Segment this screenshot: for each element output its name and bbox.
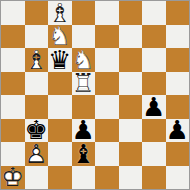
square-a7[interactable] bbox=[1, 25, 25, 49]
square-a3[interactable] bbox=[1, 119, 25, 143]
square-b5[interactable] bbox=[25, 72, 49, 96]
white-king[interactable]: ♚♔ bbox=[1, 166, 25, 190]
square-a5[interactable] bbox=[1, 72, 25, 96]
square-f3[interactable] bbox=[119, 119, 143, 143]
square-f7[interactable] bbox=[119, 25, 143, 49]
piece-outline-glyph: ♔ bbox=[1, 166, 25, 190]
square-e2[interactable] bbox=[95, 142, 119, 166]
square-f5[interactable] bbox=[119, 72, 143, 96]
square-d8[interactable] bbox=[72, 1, 96, 25]
square-h7[interactable] bbox=[166, 25, 190, 49]
square-a4[interactable] bbox=[1, 95, 25, 119]
square-g2[interactable] bbox=[142, 142, 166, 166]
white-pawn[interactable]: ♟︎♙ bbox=[25, 142, 49, 166]
square-f8[interactable] bbox=[119, 1, 143, 25]
square-e4[interactable] bbox=[95, 95, 119, 119]
square-c1[interactable] bbox=[48, 166, 72, 190]
square-e5[interactable] bbox=[95, 72, 119, 96]
square-g8[interactable] bbox=[142, 1, 166, 25]
square-h2[interactable] bbox=[166, 142, 190, 166]
square-c2[interactable] bbox=[48, 142, 72, 166]
square-f1[interactable] bbox=[119, 166, 143, 190]
square-g6[interactable] bbox=[142, 48, 166, 72]
square-c3[interactable] bbox=[48, 119, 72, 143]
square-h5[interactable] bbox=[166, 72, 190, 96]
square-d2[interactable]: ♝ bbox=[72, 142, 96, 166]
square-e3[interactable] bbox=[95, 119, 119, 143]
square-b8[interactable] bbox=[25, 1, 49, 25]
black-pawn[interactable]: ♟︎ bbox=[142, 95, 166, 119]
square-h6[interactable] bbox=[166, 48, 190, 72]
square-e8[interactable] bbox=[95, 1, 119, 25]
square-f4[interactable] bbox=[119, 95, 143, 119]
square-e1[interactable] bbox=[95, 166, 119, 190]
square-c4[interactable] bbox=[48, 95, 72, 119]
square-f6[interactable] bbox=[119, 48, 143, 72]
square-f2[interactable] bbox=[119, 142, 143, 166]
white-bishop[interactable]: ♝♗ bbox=[25, 48, 49, 72]
square-a6[interactable] bbox=[1, 48, 25, 72]
piece-outline-glyph: ♗ bbox=[25, 48, 49, 72]
black-bishop[interactable]: ♝ bbox=[72, 142, 96, 166]
square-d5[interactable]: ♜♖ bbox=[72, 72, 96, 96]
square-b1[interactable] bbox=[25, 166, 49, 190]
square-g4[interactable]: ♟︎ bbox=[142, 95, 166, 119]
square-c6[interactable]: ♛ bbox=[48, 48, 72, 72]
piece-outline-glyph: ♙ bbox=[25, 142, 49, 166]
square-d1[interactable] bbox=[72, 166, 96, 190]
piece-outline-glyph: ♖ bbox=[72, 72, 96, 96]
chess-board: ♝♗♞♘♝♗♛♞♘♜♖♟︎♚♟︎♟︎♟︎♙♝♚♔ bbox=[0, 0, 190, 190]
black-pawn[interactable]: ♟︎ bbox=[166, 119, 190, 143]
square-a1[interactable]: ♚♔ bbox=[1, 166, 25, 190]
square-g1[interactable] bbox=[142, 166, 166, 190]
square-e6[interactable] bbox=[95, 48, 119, 72]
square-c5[interactable] bbox=[48, 72, 72, 96]
black-queen[interactable]: ♛ bbox=[48, 48, 72, 72]
square-b6[interactable]: ♝♗ bbox=[25, 48, 49, 72]
square-b2[interactable]: ♟︎♙ bbox=[25, 142, 49, 166]
square-h1[interactable] bbox=[166, 166, 190, 190]
square-g3[interactable] bbox=[142, 119, 166, 143]
square-e7[interactable] bbox=[95, 25, 119, 49]
square-h3[interactable]: ♟︎ bbox=[166, 119, 190, 143]
white-rook[interactable]: ♜♖ bbox=[72, 72, 96, 96]
square-a8[interactable] bbox=[1, 1, 25, 25]
square-h8[interactable] bbox=[166, 1, 190, 25]
square-g7[interactable] bbox=[142, 25, 166, 49]
